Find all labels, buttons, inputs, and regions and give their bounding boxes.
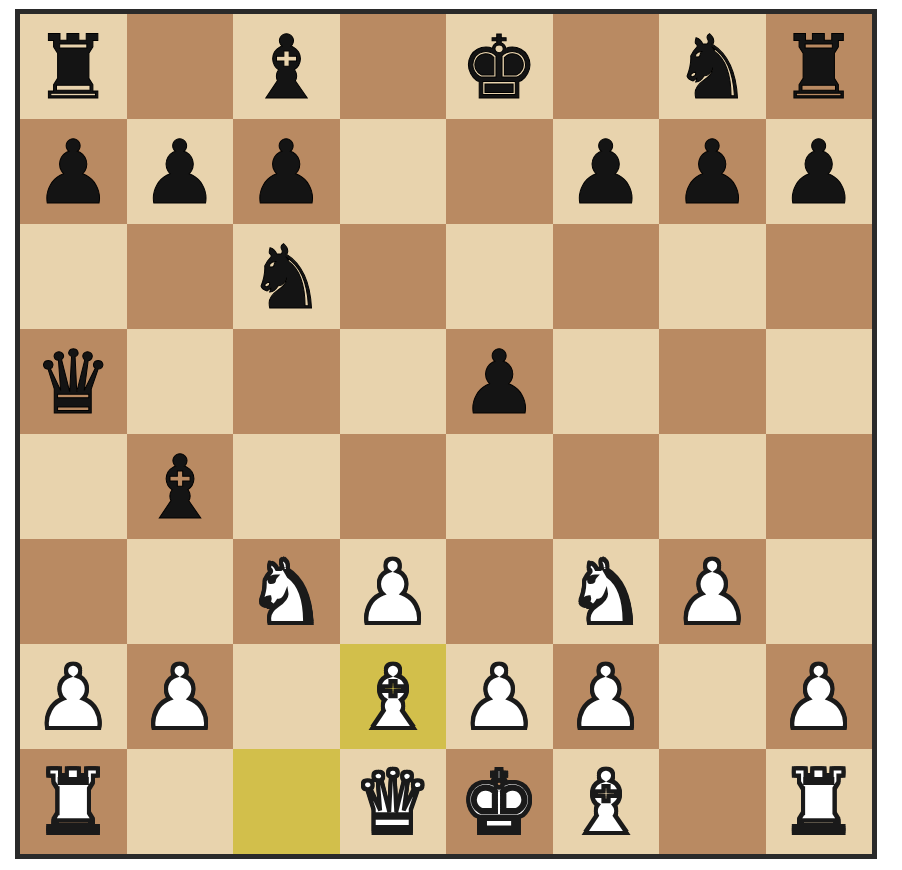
square-h5[interactable] bbox=[766, 329, 873, 434]
square-e4[interactable] bbox=[446, 434, 553, 539]
square-f2[interactable]: ♟ bbox=[553, 644, 660, 749]
black-pawn-icon: ♟ bbox=[140, 129, 219, 217]
square-e6[interactable] bbox=[446, 224, 553, 329]
square-d7[interactable] bbox=[340, 119, 447, 224]
square-d8[interactable] bbox=[340, 14, 447, 119]
white-bishop-icon: ♝ bbox=[353, 654, 432, 742]
square-d6[interactable] bbox=[340, 224, 447, 329]
chess-board: ♜♝♚♞♜♟♟♟♟♟♟♞♛♟♝♞♟♞♟♟♟♝♟♟♟♜♛♚♝♜ bbox=[20, 14, 872, 854]
square-c6[interactable]: ♞ bbox=[233, 224, 340, 329]
square-f7[interactable]: ♟ bbox=[553, 119, 660, 224]
square-a5[interactable]: ♛ bbox=[20, 329, 127, 434]
square-a3[interactable] bbox=[20, 539, 127, 644]
square-c8[interactable]: ♝ bbox=[233, 14, 340, 119]
black-king-icon: ♚ bbox=[460, 24, 539, 112]
square-h2[interactable]: ♟ bbox=[766, 644, 873, 749]
square-f5[interactable] bbox=[553, 329, 660, 434]
square-f1[interactable]: ♝ bbox=[553, 749, 660, 854]
square-c4[interactable] bbox=[233, 434, 340, 539]
square-e5[interactable]: ♟ bbox=[446, 329, 553, 434]
square-g2[interactable] bbox=[659, 644, 766, 749]
square-c5[interactable] bbox=[233, 329, 340, 434]
square-e3[interactable] bbox=[446, 539, 553, 644]
square-e1[interactable]: ♚ bbox=[446, 749, 553, 854]
black-pawn-icon: ♟ bbox=[247, 129, 326, 217]
square-g3[interactable]: ♟ bbox=[659, 539, 766, 644]
chess-board-frame: ♜♝♚♞♜♟♟♟♟♟♟♞♛♟♝♞♟♞♟♟♟♝♟♟♟♜♛♚♝♜ bbox=[15, 9, 877, 859]
square-g1[interactable] bbox=[659, 749, 766, 854]
white-king-icon: ♚ bbox=[460, 759, 539, 847]
square-h4[interactable] bbox=[766, 434, 873, 539]
white-knight-icon: ♞ bbox=[566, 549, 645, 637]
black-pawn-icon: ♟ bbox=[460, 339, 539, 427]
square-a6[interactable] bbox=[20, 224, 127, 329]
black-queen-icon: ♛ bbox=[34, 339, 113, 427]
white-pawn-icon: ♟ bbox=[673, 549, 752, 637]
square-d3[interactable]: ♟ bbox=[340, 539, 447, 644]
square-b2[interactable]: ♟ bbox=[127, 644, 234, 749]
square-g8[interactable]: ♞ bbox=[659, 14, 766, 119]
square-c7[interactable]: ♟ bbox=[233, 119, 340, 224]
white-queen-icon: ♛ bbox=[353, 759, 432, 847]
square-a8[interactable]: ♜ bbox=[20, 14, 127, 119]
square-e7[interactable] bbox=[446, 119, 553, 224]
square-a7[interactable]: ♟ bbox=[20, 119, 127, 224]
black-knight-icon: ♞ bbox=[673, 24, 752, 112]
square-g7[interactable]: ♟ bbox=[659, 119, 766, 224]
white-rook-icon: ♜ bbox=[34, 759, 113, 847]
black-pawn-icon: ♟ bbox=[673, 129, 752, 217]
black-bishop-icon: ♝ bbox=[247, 24, 326, 112]
square-e8[interactable]: ♚ bbox=[446, 14, 553, 119]
black-rook-icon: ♜ bbox=[34, 24, 113, 112]
black-knight-icon: ♞ bbox=[247, 234, 326, 322]
white-bishop-icon: ♝ bbox=[566, 759, 645, 847]
square-a4[interactable] bbox=[20, 434, 127, 539]
square-g5[interactable] bbox=[659, 329, 766, 434]
square-h3[interactable] bbox=[766, 539, 873, 644]
square-f4[interactable] bbox=[553, 434, 660, 539]
square-b5[interactable] bbox=[127, 329, 234, 434]
square-b6[interactable] bbox=[127, 224, 234, 329]
black-pawn-icon: ♟ bbox=[779, 129, 858, 217]
square-g4[interactable] bbox=[659, 434, 766, 539]
black-pawn-icon: ♟ bbox=[566, 129, 645, 217]
white-rook-icon: ♜ bbox=[779, 759, 858, 847]
square-h1[interactable]: ♜ bbox=[766, 749, 873, 854]
white-pawn-icon: ♟ bbox=[566, 654, 645, 742]
white-pawn-icon: ♟ bbox=[140, 654, 219, 742]
square-f6[interactable] bbox=[553, 224, 660, 329]
square-a1[interactable]: ♜ bbox=[20, 749, 127, 854]
square-d2[interactable]: ♝ bbox=[340, 644, 447, 749]
square-h7[interactable]: ♟ bbox=[766, 119, 873, 224]
square-f3[interactable]: ♞ bbox=[553, 539, 660, 644]
square-f8[interactable] bbox=[553, 14, 660, 119]
square-d4[interactable] bbox=[340, 434, 447, 539]
square-b8[interactable] bbox=[127, 14, 234, 119]
white-pawn-icon: ♟ bbox=[353, 549, 432, 637]
black-rook-icon: ♜ bbox=[779, 24, 858, 112]
square-e2[interactable]: ♟ bbox=[446, 644, 553, 749]
square-a2[interactable]: ♟ bbox=[20, 644, 127, 749]
square-g6[interactable] bbox=[659, 224, 766, 329]
square-h8[interactable]: ♜ bbox=[766, 14, 873, 119]
white-pawn-icon: ♟ bbox=[460, 654, 539, 742]
square-b3[interactable] bbox=[127, 539, 234, 644]
square-c2[interactable] bbox=[233, 644, 340, 749]
black-bishop-icon: ♝ bbox=[140, 444, 219, 532]
square-c1[interactable] bbox=[233, 749, 340, 854]
black-pawn-icon: ♟ bbox=[34, 129, 113, 217]
white-knight-icon: ♞ bbox=[247, 549, 326, 637]
white-pawn-icon: ♟ bbox=[34, 654, 113, 742]
square-c3[interactable]: ♞ bbox=[233, 539, 340, 644]
white-pawn-icon: ♟ bbox=[779, 654, 858, 742]
square-d1[interactable]: ♛ bbox=[340, 749, 447, 854]
square-d5[interactable] bbox=[340, 329, 447, 434]
square-h6[interactable] bbox=[766, 224, 873, 329]
square-b7[interactable]: ♟ bbox=[127, 119, 234, 224]
square-b4[interactable]: ♝ bbox=[127, 434, 234, 539]
square-b1[interactable] bbox=[127, 749, 234, 854]
